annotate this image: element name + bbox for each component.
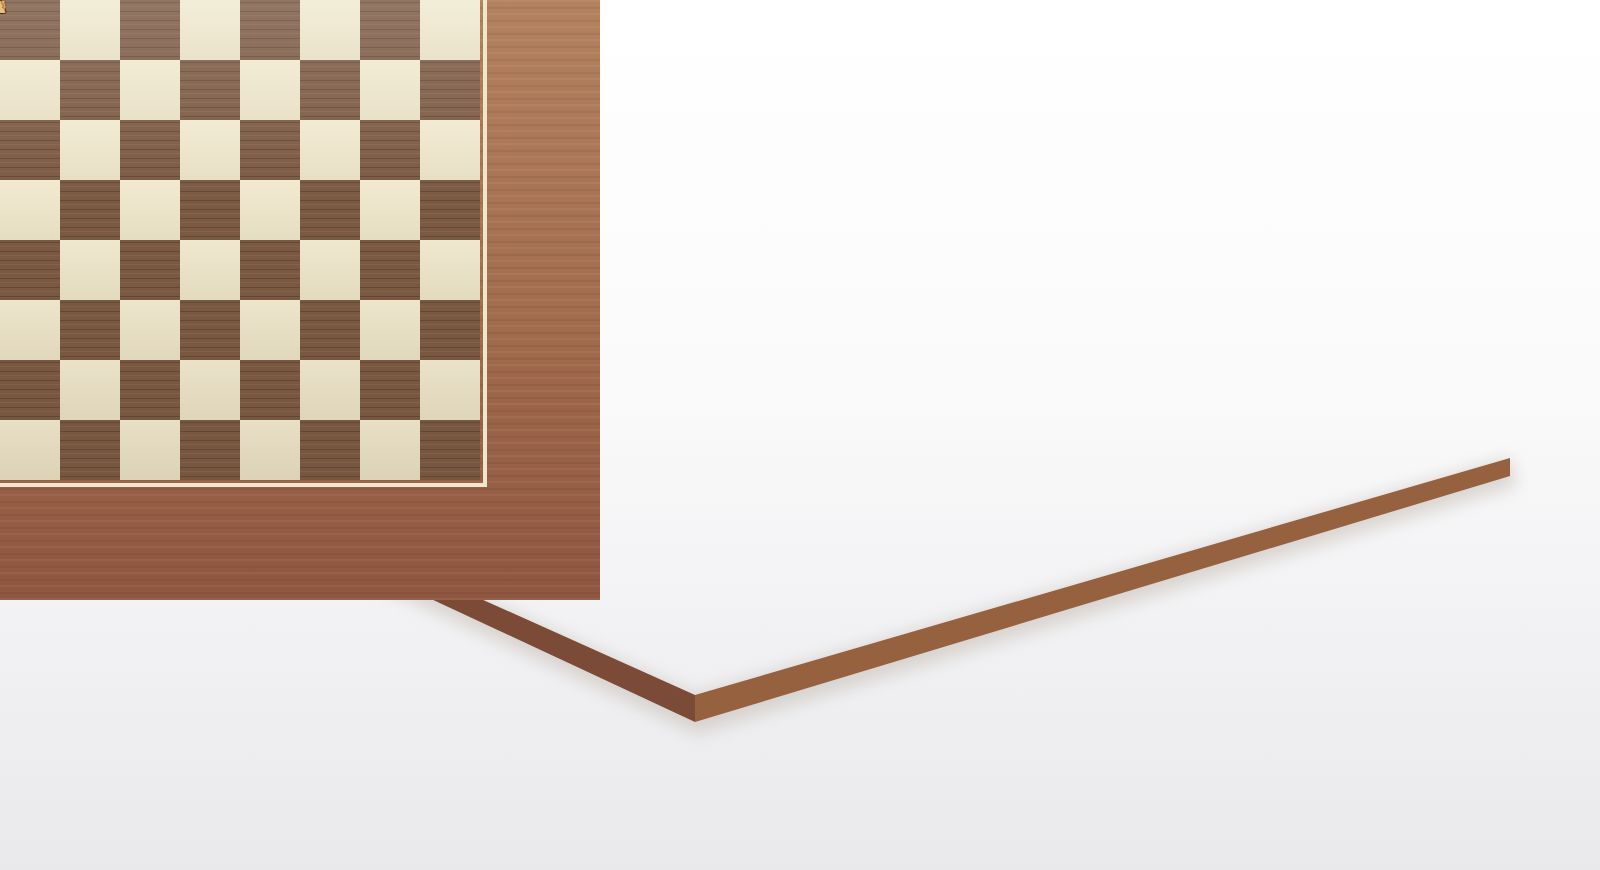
square-d2 <box>180 360 240 420</box>
square-d1 <box>180 420 240 480</box>
square-f4 <box>300 240 360 300</box>
square-a6 <box>0 120 60 180</box>
square-f2 <box>300 360 360 420</box>
square-e7 <box>240 60 300 120</box>
square-b6 <box>60 120 120 180</box>
square-a3 <box>0 300 60 360</box>
square-e2 <box>240 360 300 420</box>
square-b2 <box>60 360 120 420</box>
square-f8 <box>300 0 360 60</box>
square-g3 <box>360 300 420 360</box>
square-e1 <box>240 420 300 480</box>
square-c6 <box>120 120 180 180</box>
square-a1 <box>0 420 60 480</box>
chess-set-photo-scene: ♜♞♝♚♛♝♞♜♟♟♟♟♟♟♟♟♜♞♝♛♚♝♞♜♟♟♟♟♟♟♟♟ <box>0 0 1600 870</box>
square-h8 <box>420 0 480 60</box>
square-h5 <box>420 180 480 240</box>
square-c8 <box>120 0 180 60</box>
square-d6 <box>180 120 240 180</box>
square-e3 <box>240 300 300 360</box>
square-e4 <box>240 240 300 300</box>
square-c3 <box>120 300 180 360</box>
square-f1 <box>300 420 360 480</box>
square-b3 <box>60 300 120 360</box>
square-f7 <box>300 60 360 120</box>
square-h2 <box>420 360 480 420</box>
square-a2 <box>0 360 60 420</box>
chess-board <box>0 0 480 480</box>
square-h4 <box>420 240 480 300</box>
square-c4 <box>120 240 180 300</box>
square-a8 <box>0 0 60 60</box>
square-g7 <box>360 60 420 120</box>
square-a7 <box>0 60 60 120</box>
square-g4 <box>360 240 420 300</box>
square-a4 <box>0 240 60 300</box>
square-g6 <box>360 120 420 180</box>
square-g1 <box>360 420 420 480</box>
square-h3 <box>420 300 480 360</box>
square-e6 <box>240 120 300 180</box>
square-f5 <box>300 180 360 240</box>
square-c2 <box>120 360 180 420</box>
square-h1 <box>420 420 480 480</box>
square-h7 <box>420 60 480 120</box>
board-side-right <box>695 458 1510 722</box>
square-b1 <box>60 420 120 480</box>
square-d4 <box>180 240 240 300</box>
square-e5 <box>240 180 300 240</box>
square-a5 <box>0 180 60 240</box>
square-b7 <box>60 60 120 120</box>
square-b4 <box>60 240 120 300</box>
square-f3 <box>300 300 360 360</box>
square-e8 <box>240 0 300 60</box>
square-d5 <box>180 180 240 240</box>
square-d8 <box>180 0 240 60</box>
square-h6 <box>420 120 480 180</box>
square-d3 <box>180 300 240 360</box>
square-g2 <box>360 360 420 420</box>
square-c5 <box>120 180 180 240</box>
square-g5 <box>360 180 420 240</box>
square-d7 <box>180 60 240 120</box>
square-b5 <box>60 180 120 240</box>
square-c1 <box>120 420 180 480</box>
square-c7 <box>120 60 180 120</box>
square-b8 <box>60 0 120 60</box>
square-f6 <box>300 120 360 180</box>
square-g8 <box>360 0 420 60</box>
